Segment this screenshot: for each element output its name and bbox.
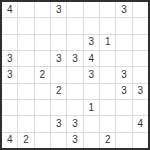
grid-cell[interactable] [133, 51, 148, 66]
grid-cell[interactable] [2, 35, 17, 50]
grid-cell[interactable]: 3 [84, 35, 99, 50]
grid-cell[interactable] [100, 67, 115, 82]
grid-cell[interactable]: 3 [67, 133, 82, 148]
grid-cell[interactable]: 1 [100, 35, 115, 50]
grid-cell[interactable] [18, 84, 33, 99]
grid-cell[interactable] [2, 18, 17, 33]
grid-cell[interactable]: 4 [2, 2, 17, 17]
grid-cell[interactable] [67, 67, 82, 82]
grid-cell[interactable] [84, 116, 99, 131]
grid-cell[interactable]: 3 [116, 84, 131, 99]
grid-cell[interactable] [133, 133, 148, 148]
grid-cell[interactable] [100, 100, 115, 115]
grid-cell[interactable] [35, 35, 50, 50]
grid-cell[interactable] [35, 100, 50, 115]
grid-cell[interactable] [133, 35, 148, 50]
grid-cell[interactable]: 3 [133, 84, 148, 99]
grid-cell[interactable] [116, 133, 131, 148]
grid-cell[interactable]: 4 [133, 116, 148, 131]
grid-cell[interactable] [67, 84, 82, 99]
grid-cell[interactable] [100, 18, 115, 33]
grid-cell[interactable]: 2 [51, 84, 66, 99]
grid-cell[interactable]: 2 [18, 133, 33, 148]
grid-cell[interactable]: 3 [67, 51, 82, 66]
grid-cell[interactable] [51, 18, 66, 33]
grid-cell[interactable] [51, 133, 66, 148]
grid-cell[interactable]: 3 [67, 116, 82, 131]
grid-cell[interactable] [116, 116, 131, 131]
grid-cell[interactable] [18, 116, 33, 131]
grid-cell[interactable]: 3 [2, 51, 17, 66]
grid-cell[interactable] [18, 51, 33, 66]
grid-cell[interactable] [133, 67, 148, 82]
grid-cell[interactable] [35, 116, 50, 131]
grid-cell[interactable] [116, 35, 131, 50]
grid-cell[interactable] [133, 18, 148, 33]
grid-cell[interactable] [2, 100, 17, 115]
grid-cell[interactable] [100, 51, 115, 66]
grid-cell[interactable] [133, 100, 148, 115]
grid-cell[interactable] [18, 100, 33, 115]
grid-cell[interactable] [35, 51, 50, 66]
grid-cell[interactable] [18, 67, 33, 82]
grid-cell[interactable] [35, 133, 50, 148]
grid-cell[interactable]: 4 [84, 51, 99, 66]
puzzle-board: 433313334323323313344232 [0, 0, 150, 150]
grid-cell[interactable] [51, 100, 66, 115]
grid-cell[interactable]: 3 [51, 116, 66, 131]
grid-cell[interactable] [67, 18, 82, 33]
grid-cell[interactable] [18, 18, 33, 33]
grid-cell[interactable] [67, 100, 82, 115]
grid-cell[interactable] [35, 18, 50, 33]
grid-cell[interactable] [84, 2, 99, 17]
grid-cell[interactable] [84, 18, 99, 33]
grid-cell[interactable]: 2 [35, 67, 50, 82]
grid-cell[interactable] [67, 35, 82, 50]
grid-cell[interactable]: 3 [84, 67, 99, 82]
grid-cell[interactable] [84, 133, 99, 148]
grid-cell[interactable]: 3 [51, 2, 66, 17]
grid-cell[interactable] [35, 84, 50, 99]
grid-cell[interactable] [18, 2, 33, 17]
grid-cell[interactable] [18, 35, 33, 50]
grid-cell[interactable] [116, 51, 131, 66]
grid-cell[interactable] [2, 84, 17, 99]
grid-cell[interactable] [100, 116, 115, 131]
grid-cell[interactable] [84, 84, 99, 99]
grid-cell[interactable]: 3 [116, 67, 131, 82]
grid-cell[interactable] [100, 2, 115, 17]
grid-cell[interactable]: 3 [51, 51, 66, 66]
grid-cell[interactable]: 1 [84, 100, 99, 115]
grid-cell[interactable] [116, 100, 131, 115]
grid-cell[interactable]: 4 [2, 133, 17, 148]
grid-cell[interactable] [67, 2, 82, 17]
grid-cell[interactable] [100, 84, 115, 99]
grid-cell[interactable]: 3 [2, 67, 17, 82]
grid-cell[interactable] [51, 35, 66, 50]
grid-cell[interactable] [116, 18, 131, 33]
grid-cell[interactable] [2, 116, 17, 131]
grid-cell[interactable]: 2 [100, 133, 115, 148]
grid-cell[interactable] [35, 2, 50, 17]
grid-cell[interactable] [133, 2, 148, 17]
grid-cell[interactable]: 3 [116, 2, 131, 17]
grid-cell[interactable] [51, 67, 66, 82]
